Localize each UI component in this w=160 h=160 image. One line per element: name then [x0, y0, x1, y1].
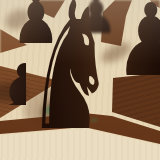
chessboard-photo: ♟ ♟ ♟ ♟ ♞: [0, 0, 160, 160]
black-knight-piece[interactable]: ♞: [31, 0, 115, 156]
knight-glyph: ♞: [31, 0, 115, 156]
pawn-glyph: ♟: [114, 0, 160, 91]
pawn-glyph: ♟: [0, 55, 26, 105]
black-pawn-head-left-edge[interactable]: ♟: [0, 55, 26, 105]
black-pawn-piece[interactable]: ♟: [114, 0, 160, 91]
